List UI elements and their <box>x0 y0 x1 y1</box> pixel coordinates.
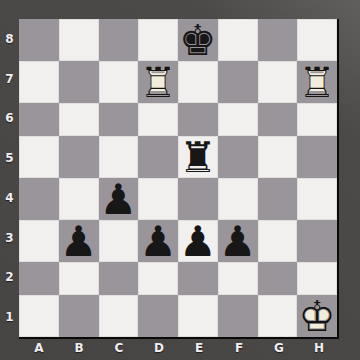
square-e7[interactable] <box>178 61 218 103</box>
rank-label-1: 1 <box>0 297 19 337</box>
square-f5[interactable] <box>218 136 258 178</box>
square-b2[interactable] <box>59 262 99 295</box>
white-king[interactable]: ♔♚ <box>298 296 336 338</box>
square-a3[interactable] <box>19 220 59 262</box>
rank-label-4: 4 <box>0 178 19 218</box>
square-c8[interactable] <box>99 19 139 61</box>
chess-board: ♚♖♜♖♜♜♟♟♟♟♟♔♚ <box>19 19 337 337</box>
square-h2[interactable] <box>297 262 337 295</box>
black-pawn[interactable]: ♟ <box>179 221 217 263</box>
file-label-c: C <box>99 338 139 357</box>
rank-labels: 87654321 <box>0 19 19 337</box>
file-label-f: F <box>219 338 259 357</box>
square-g3[interactable] <box>258 220 298 262</box>
square-b6[interactable] <box>59 103 99 136</box>
file-label-e: E <box>179 338 219 357</box>
square-b7[interactable] <box>59 61 99 103</box>
square-g1[interactable] <box>258 295 298 337</box>
square-b8[interactable] <box>59 19 99 61</box>
square-a6[interactable] <box>19 103 59 136</box>
square-g2[interactable] <box>258 262 298 295</box>
square-g7[interactable] <box>258 61 298 103</box>
black-pawn[interactable]: ♟ <box>60 221 98 263</box>
square-c5[interactable] <box>99 136 139 178</box>
square-c6[interactable] <box>99 103 139 136</box>
square-c3[interactable] <box>99 220 139 262</box>
square-e2[interactable] <box>178 262 218 295</box>
square-g6[interactable] <box>258 103 298 136</box>
black-pawn[interactable]: ♟ <box>100 179 138 221</box>
black-king[interactable]: ♚ <box>179 20 217 62</box>
square-d2[interactable] <box>138 262 178 295</box>
square-a5[interactable] <box>19 136 59 178</box>
square-d5[interactable] <box>138 136 178 178</box>
white-rook[interactable]: ♖♜ <box>139 62 177 104</box>
file-label-a: A <box>19 338 59 357</box>
board-border: ♚♖♜♖♜♜♟♟♟♟♟♔♚ <box>19 19 339 339</box>
square-a4[interactable] <box>19 178 59 220</box>
square-d6[interactable] <box>138 103 178 136</box>
square-f8[interactable] <box>218 19 258 61</box>
white-rook-fill: ♜ <box>298 62 336 104</box>
file-label-b: B <box>59 338 99 357</box>
square-c2[interactable] <box>99 262 139 295</box>
square-h5[interactable] <box>297 136 337 178</box>
square-b4[interactable] <box>59 178 99 220</box>
square-d4[interactable] <box>138 178 178 220</box>
rank-label-8: 8 <box>0 19 19 59</box>
square-a8[interactable] <box>19 19 59 61</box>
white-rook-fill: ♜ <box>139 62 177 104</box>
square-f6[interactable] <box>218 103 258 136</box>
square-f4[interactable] <box>218 178 258 220</box>
black-pawn[interactable]: ♟ <box>139 221 177 263</box>
square-e8[interactable]: ♚ <box>178 19 218 61</box>
square-h3[interactable] <box>297 220 337 262</box>
square-e3[interactable]: ♟ <box>178 220 218 262</box>
square-h4[interactable] <box>297 178 337 220</box>
square-e5[interactable]: ♜ <box>178 136 218 178</box>
square-h1[interactable]: ♔♚ <box>297 295 337 337</box>
square-f3[interactable]: ♟ <box>218 220 258 262</box>
square-f1[interactable] <box>218 295 258 337</box>
white-rook[interactable]: ♖♜ <box>298 62 336 104</box>
rank-label-7: 7 <box>0 59 19 99</box>
square-a2[interactable] <box>19 262 59 295</box>
square-g4[interactable] <box>258 178 298 220</box>
white-king-fill: ♚ <box>298 296 336 338</box>
black-rook[interactable]: ♜ <box>179 137 217 179</box>
file-labels: ABCDEFGH <box>19 338 339 357</box>
square-a1[interactable] <box>19 295 59 337</box>
square-g5[interactable] <box>258 136 298 178</box>
file-label-d: D <box>139 338 179 357</box>
square-g8[interactable] <box>258 19 298 61</box>
rank-label-3: 3 <box>0 218 19 258</box>
square-h6[interactable] <box>297 103 337 136</box>
square-b5[interactable] <box>59 136 99 178</box>
square-c1[interactable] <box>99 295 139 337</box>
square-d1[interactable] <box>138 295 178 337</box>
square-b3[interactable]: ♟ <box>59 220 99 262</box>
square-a7[interactable] <box>19 61 59 103</box>
file-label-g: G <box>259 338 299 357</box>
square-e4[interactable] <box>178 178 218 220</box>
square-f7[interactable] <box>218 61 258 103</box>
square-e1[interactable] <box>178 295 218 337</box>
square-h8[interactable] <box>297 19 337 61</box>
square-f2[interactable] <box>218 262 258 295</box>
square-c4[interactable]: ♟ <box>99 178 139 220</box>
square-b1[interactable] <box>59 295 99 337</box>
rank-label-5: 5 <box>0 138 19 178</box>
rank-label-6: 6 <box>0 99 19 139</box>
rank-label-2: 2 <box>0 258 19 298</box>
square-c7[interactable] <box>99 61 139 103</box>
chess-board-frame: 87654321 ♚♖♜♖♜♜♟♟♟♟♟♔♚ ABCDEFGH <box>0 0 360 360</box>
square-d8[interactable] <box>138 19 178 61</box>
square-h7[interactable]: ♖♜ <box>297 61 337 103</box>
square-d7[interactable]: ♖♜ <box>138 61 178 103</box>
file-label-h: H <box>299 338 339 357</box>
black-pawn[interactable]: ♟ <box>219 221 257 263</box>
square-d3[interactable]: ♟ <box>138 220 178 262</box>
square-e6[interactable] <box>178 103 218 136</box>
